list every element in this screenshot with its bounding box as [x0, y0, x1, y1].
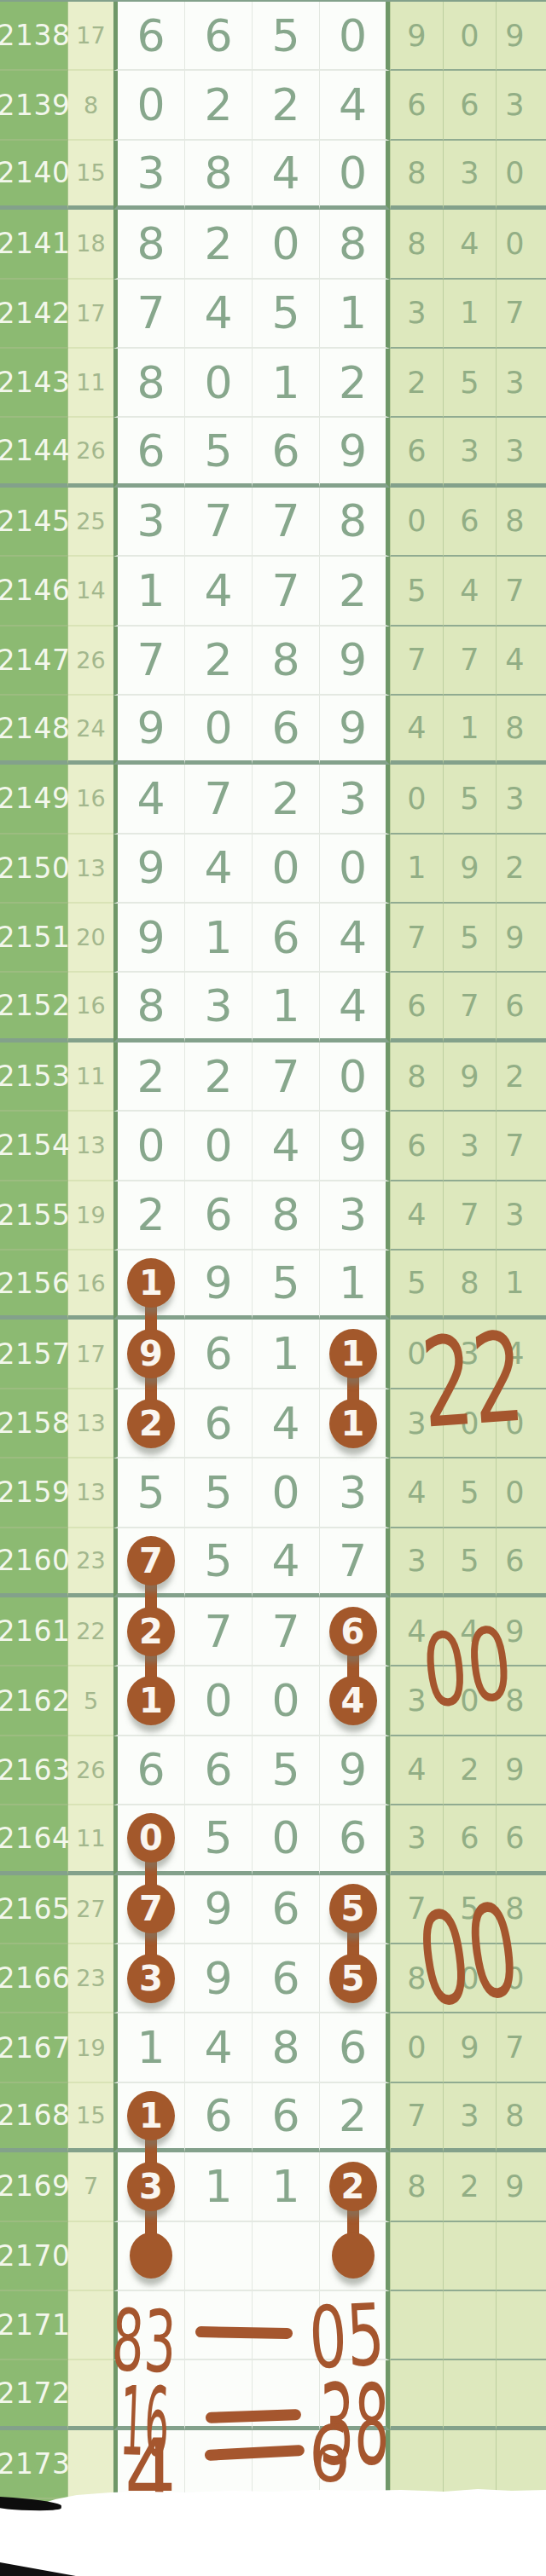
- tail-digit-cell: 3: [496, 765, 533, 834]
- draw-digit: 2: [339, 565, 367, 616]
- draw-digit-cell: 6: [319, 1597, 390, 1666]
- tail-digit-cell: 6: [390, 71, 443, 140]
- draw-digit: 6: [271, 2090, 299, 2141]
- draw-digit-cell: 2: [113, 1043, 184, 1112]
- tail-digit-cell: [496, 2430, 533, 2499]
- cropped-edge-cell: [533, 1528, 546, 1597]
- draw-digit: 2: [271, 773, 299, 824]
- draw-row: 2160237547356: [0, 1528, 546, 1597]
- draw-digit: 2: [204, 1051, 232, 1102]
- tail-digit-cell: [496, 2360, 533, 2429]
- draw-digit: 6: [204, 1189, 232, 1240]
- handwritten-number: 6: [309, 2417, 351, 2493]
- draw-digit: 7: [204, 773, 232, 824]
- tail-digit-cell: 6: [443, 71, 496, 140]
- tail-digit-cell: 5: [443, 765, 496, 834]
- draw-digit: 1: [271, 1328, 299, 1379]
- draw-digit: 0: [271, 1675, 299, 1726]
- period-cell: 2142: [0, 280, 68, 349]
- draw-digit-cell: [319, 2222, 390, 2291]
- cropped-edge-cell: [533, 1112, 546, 1181]
- draw-digit-cell: 4: [113, 765, 184, 834]
- cropped-edge-cell: [533, 2360, 546, 2429]
- draw-digit: 6: [204, 1328, 232, 1379]
- draw-digit-cell: 0: [184, 1666, 252, 1736]
- draw-digit: 7: [271, 1051, 299, 1102]
- draw-digit-cell: 7: [184, 488, 252, 557]
- tail-digit-cell: 0: [390, 765, 443, 834]
- draw-digit-cell: 9: [113, 835, 184, 904]
- draw-digit-cell: 4: [252, 1112, 319, 1181]
- tail-digit-cell: 7: [443, 627, 496, 696]
- draw-digit-cell: 1: [319, 1389, 390, 1458]
- draw-digit: 6: [339, 1812, 367, 1863]
- sum-cell: 25: [68, 488, 113, 557]
- period-cell: 2152: [0, 973, 68, 1042]
- draw-digit-cell: 1: [113, 557, 184, 626]
- draw-digit: 3: [136, 495, 165, 546]
- draw-digit-cell: 0: [252, 1805, 319, 1874]
- draw-digit-cell: 2: [319, 2083, 390, 2152]
- draw-row: 2153112270892: [0, 1043, 546, 1112]
- draw-digit: 9: [339, 1744, 367, 1795]
- marked-digit-circle: 2: [127, 1399, 175, 1448]
- sum-cell: [68, 2360, 113, 2429]
- draw-digit-cell: 2: [319, 349, 390, 418]
- tail-digit-cell: 0: [496, 141, 533, 210]
- marked-digit-circle: 7: [127, 1884, 175, 1933]
- draw-digit: 5: [204, 1812, 232, 1863]
- draw-digit: 3: [204, 980, 232, 1031]
- draw-digit-cell: 2: [184, 1043, 252, 1112]
- draw-digit-cell: 0: [319, 141, 390, 210]
- draw-digit: 7: [204, 495, 232, 546]
- draw-digit-cell: 8: [184, 141, 252, 210]
- draw-digit: 4: [339, 79, 367, 130]
- draw-row: 2164110506366: [0, 1805, 546, 1874]
- tail-digit-cell: 0: [390, 488, 443, 557]
- tail-digit-cell: 9: [496, 2152, 533, 2221]
- draw-digit-cell: 7: [113, 280, 184, 349]
- sum-cell: 26: [68, 627, 113, 696]
- cropped-edge-cell: [533, 349, 546, 418]
- draw-digit-cell: 4: [184, 835, 252, 904]
- draw-row: 2145253778068: [0, 488, 546, 557]
- draw-digit: 9: [136, 912, 165, 963]
- tail-digit-cell: 1: [443, 280, 496, 349]
- draw-row: 2149164723053: [0, 765, 546, 834]
- draw-digit-cell: 5: [184, 1458, 252, 1528]
- draw-digit-cell: 2: [184, 627, 252, 696]
- tail-digit-cell: 2: [443, 2152, 496, 2221]
- tail-digit-cell: [390, 2291, 443, 2360]
- draw-digit-cell: 7: [252, 557, 319, 626]
- sum-cell: 17: [68, 280, 113, 349]
- draw-digit-cell: 1: [184, 2152, 252, 2221]
- draw-digit-cell: 7: [113, 1875, 184, 1944]
- draw-digit: 6: [136, 425, 165, 477]
- draw-digit-cell: 7: [184, 765, 252, 834]
- cropped-edge-cell: [533, 1805, 546, 1874]
- tail-digit-cell: 6: [496, 973, 533, 1042]
- cropped-edge-cell: [533, 1320, 546, 1389]
- draw-digit-cell: [184, 2430, 252, 2499]
- draw-digit: 0: [204, 702, 232, 754]
- sum-cell: 20: [68, 904, 113, 973]
- draw-digit: 4: [271, 1120, 299, 1171]
- draw-digit: 0: [136, 1120, 165, 1171]
- draw-row: 2151209164759: [0, 904, 546, 973]
- draw-digit: 3: [136, 147, 165, 199]
- draw-digit-cell: 2: [252, 71, 319, 140]
- tail-digit-cell: 3: [496, 349, 533, 418]
- cropped-edge-cell: [533, 280, 546, 349]
- draw-digit-cell: 1: [252, 2152, 319, 2221]
- period-cell: 2171: [0, 2291, 68, 2360]
- draw-digit-cell: 6: [252, 2083, 319, 2152]
- draw-digit: 4: [271, 1398, 299, 1449]
- sum-cell: 23: [68, 1528, 113, 1597]
- draw-digit-cell: 5: [252, 1250, 319, 1320]
- tail-digit-cell: 6: [390, 973, 443, 1042]
- tail-digit-cell: 3: [443, 1112, 496, 1181]
- cropped-edge-cell: [533, 2291, 546, 2360]
- period-cell: 2139: [0, 71, 68, 140]
- tail-digit-cell: 7: [390, 904, 443, 973]
- cropped-edge-cell: [533, 696, 546, 765]
- draw-digit: 7: [339, 1535, 367, 1586]
- tail-digit-cell: 4: [443, 557, 496, 626]
- cropped-edge-cell: [533, 765, 546, 834]
- draw-digit: 0: [339, 842, 367, 893]
- draw-digit: 1: [204, 912, 232, 963]
- draw-digit-cell: 3: [113, 1944, 184, 2013]
- draw-digit-cell: 9: [319, 627, 390, 696]
- draw-row: 2159135503450: [0, 1458, 546, 1528]
- draw-digit: 0: [339, 10, 367, 61]
- tail-digit-cell: 3: [390, 1528, 443, 1597]
- draw-row: 213980224663: [0, 71, 546, 140]
- period-cell: 2153: [0, 1043, 68, 1112]
- marked-digit-circle: 2: [329, 2162, 377, 2211]
- tail-digit-cell: 4: [390, 696, 443, 765]
- draw-digit-cell: 3: [113, 2152, 184, 2221]
- cropped-edge-cell: [533, 1181, 546, 1250]
- cropped-edge-cell: [533, 1736, 546, 1805]
- draw-digit-cell: 9: [319, 418, 390, 487]
- handwritten-dash: [195, 2326, 293, 2339]
- sum-cell: 22: [68, 1597, 113, 1666]
- draw-digit: 4: [136, 773, 165, 824]
- draw-row: 2150139400192: [0, 835, 546, 904]
- period-cell: 2173: [0, 2430, 68, 2499]
- draw-digit: 5: [204, 1467, 232, 1518]
- tail-digit-cell: 5: [390, 1250, 443, 1320]
- cropped-edge-cell: [533, 1043, 546, 1112]
- draw-digit-cell: 2: [113, 1597, 184, 1666]
- period-cell: 2162: [0, 1666, 68, 1736]
- cropped-edge-cell: [533, 418, 546, 487]
- cropped-edge-cell: [533, 2152, 546, 2221]
- tail-digit-cell: 5: [443, 904, 496, 973]
- tail-digit-cell: 7: [390, 627, 443, 696]
- tail-digit-cell: 7: [496, 1112, 533, 1181]
- draw-digit-cell: 1: [319, 1250, 390, 1320]
- draw-digit: 4: [204, 2022, 232, 2073]
- period-cell: 2170: [0, 2222, 68, 2291]
- draw-digit-cell: 0: [184, 696, 252, 765]
- draw-digit-cell: 0: [113, 1112, 184, 1181]
- tail-digit-cell: 5: [390, 557, 443, 626]
- draw-digit-cell: 3: [184, 973, 252, 1042]
- draw-digit-cell: 0: [319, 2, 390, 71]
- tail-digit-cell: 0: [496, 1458, 533, 1528]
- draw-digit: 9: [339, 1120, 367, 1171]
- cropped-edge-cell: [533, 904, 546, 973]
- period-cell: 2146: [0, 557, 68, 626]
- draw-digit-cell: 6: [319, 2013, 390, 2082]
- sum-cell: 13: [68, 1112, 113, 1181]
- draw-digit-cell: 7: [252, 1043, 319, 1112]
- tail-digit-cell: 6: [390, 1112, 443, 1181]
- cropped-edge-cell: [533, 2430, 546, 2499]
- period-cell: 2158: [0, 1389, 68, 1458]
- sum-cell: 15: [68, 2083, 113, 2152]
- draw-digit: 8: [271, 634, 299, 685]
- draw-digit: 4: [339, 912, 367, 963]
- draw-digit-cell: 9: [319, 696, 390, 765]
- draw-digit: 4: [204, 287, 232, 338]
- draw-digit: 6: [136, 10, 165, 61]
- period-cell: 2154: [0, 1112, 68, 1181]
- draw-digit: 9: [339, 634, 367, 685]
- cropped-edge-cell: [533, 973, 546, 1042]
- draw-digit-cell: 6: [319, 1805, 390, 1874]
- period-cell: 2150: [0, 835, 68, 904]
- tail-digit-cell: 7: [443, 1181, 496, 1250]
- draw-digit: 8: [136, 980, 165, 1031]
- draw-digit-cell: 1: [319, 280, 390, 349]
- draw-digit-cell: 6: [184, 1389, 252, 1458]
- handwritten-number: 00: [418, 1613, 516, 1722]
- draw-digit-cell: 5: [319, 1875, 390, 1944]
- draw-digit: 6: [271, 912, 299, 963]
- draw-digit-cell: 0: [113, 71, 184, 140]
- tail-digit-cell: 2: [443, 1736, 496, 1805]
- tail-digit-cell: [443, 2360, 496, 2429]
- cropped-edge-cell: [533, 2, 546, 71]
- draw-digit-cell: 2: [252, 765, 319, 834]
- draw-digit-cell: 7: [184, 1597, 252, 1666]
- draw-digit: 5: [271, 10, 299, 61]
- draw-digit-cell: 2: [184, 71, 252, 140]
- tail-digit-cell: 6: [443, 1805, 496, 1874]
- draw-digit-cell: 0: [319, 835, 390, 904]
- sum-cell: 16: [68, 765, 113, 834]
- sum-cell: 19: [68, 1181, 113, 1250]
- marked-digit-circle: 9: [127, 1329, 175, 1378]
- draw-digit: 8: [339, 495, 367, 546]
- draw-digit: 0: [204, 1120, 232, 1171]
- draw-digit-cell: 4: [319, 973, 390, 1042]
- marked-dot: [332, 2232, 375, 2279]
- draw-digit-cell: 1: [184, 904, 252, 973]
- sum-cell: 17: [68, 1320, 113, 1389]
- draw-digit-cell: 6: [252, 904, 319, 973]
- tail-digit-cell: 6: [496, 1528, 533, 1597]
- period-cell: 2172: [0, 2360, 68, 2429]
- draw-digit-cell: 9: [113, 904, 184, 973]
- draw-digit-cell: 1: [113, 2083, 184, 2152]
- draw-digit: 5: [271, 287, 299, 338]
- draw-digit-cell: 3: [319, 1458, 390, 1528]
- marked-digit-circle: 5: [329, 1884, 377, 1933]
- tail-digit-cell: [390, 2360, 443, 2429]
- draw-digit: 2: [204, 634, 232, 685]
- draw-digit: 1: [339, 287, 367, 338]
- tail-digit-cell: 5: [443, 1458, 496, 1528]
- sum-cell: 18: [68, 210, 113, 279]
- tail-digit-cell: 3: [496, 418, 533, 487]
- tail-digit-cell: 4: [390, 1458, 443, 1528]
- period-cell: 2148: [0, 696, 68, 765]
- draw-digit: 1: [136, 2022, 165, 2073]
- draw-digit-cell: 8: [319, 210, 390, 279]
- draw-row: 2170: [0, 2222, 546, 2291]
- draw-digit: 3: [339, 773, 367, 824]
- sum-cell: 14: [68, 557, 113, 626]
- tail-digit-cell: 3: [443, 418, 496, 487]
- period-cell: 2147: [0, 627, 68, 696]
- tail-digit-cell: 8: [496, 488, 533, 557]
- draw-digit-cell: 8: [113, 349, 184, 418]
- draw-digit-cell: 2: [113, 1181, 184, 1250]
- draw-digit-cell: 0: [252, 1666, 319, 1736]
- marked-digit-circle: 5: [329, 1954, 377, 2003]
- draw-digit: 5: [271, 1744, 299, 1795]
- draw-digit-cell: 9: [113, 696, 184, 765]
- cropped-edge-cell: [533, 1597, 546, 1666]
- tail-digit-cell: [443, 2430, 496, 2499]
- tail-digit-cell: 5: [443, 1528, 496, 1597]
- marked-digit-circle: 0: [127, 1813, 175, 1863]
- cropped-edge-cell: [533, 1389, 546, 1458]
- draw-digit: 0: [136, 79, 165, 130]
- draw-digit: 9: [339, 425, 367, 477]
- cropped-edge-cell: [533, 1875, 546, 1944]
- draw-row: 2173: [0, 2430, 546, 2499]
- draw-digit: 2: [204, 218, 232, 269]
- tail-digit-cell: [443, 2222, 496, 2291]
- draw-digit-cell: 6: [252, 1875, 319, 1944]
- draw-digit-cell: 8: [113, 973, 184, 1042]
- sum-cell: [68, 2222, 113, 2291]
- draw-digit: 8: [136, 218, 165, 269]
- draw-digit: 4: [204, 565, 232, 616]
- tail-digit-cell: 1: [443, 696, 496, 765]
- draw-digit-cell: 7: [252, 1597, 319, 1666]
- period-cell: 2151: [0, 904, 68, 973]
- cropped-edge-cell: [533, 557, 546, 626]
- tail-digit-cell: 3: [443, 141, 496, 210]
- tail-digit-cell: 8: [390, 1043, 443, 1112]
- draw-digit: 7: [271, 565, 299, 616]
- tail-digit-cell: 9: [496, 2, 533, 71]
- draw-row: 2163266659429: [0, 1736, 546, 1805]
- draw-digit: 9: [204, 1883, 232, 1934]
- draw-digit-cell: 2: [319, 2152, 390, 2221]
- draw-row: 2141188208840: [0, 210, 546, 279]
- draw-digit: 3: [339, 1467, 367, 1518]
- draw-digit-cell: 3: [113, 141, 184, 210]
- marked-digit-circle: 1: [329, 1399, 377, 1448]
- cropped-edge-cell: [533, 488, 546, 557]
- draw-digit-cell: 5: [252, 2, 319, 71]
- period-cell: 2138: [0, 2, 68, 71]
- draw-digit: 9: [204, 1257, 232, 1308]
- marked-dot: [130, 2232, 172, 2279]
- draw-digit: 6: [204, 10, 232, 61]
- period-cell: 2164: [0, 1805, 68, 1874]
- period-cell: 2159: [0, 1458, 68, 1528]
- draw-digit-cell: 7: [319, 1528, 390, 1597]
- tail-digit-cell: [496, 2222, 533, 2291]
- draw-row: 2152168314676: [0, 973, 546, 1042]
- marked-digit-circle: 1: [127, 1676, 175, 1725]
- cropped-edge-cell: [533, 835, 546, 904]
- draw-digit: 7: [136, 634, 165, 685]
- tail-digit-cell: [443, 2291, 496, 2360]
- tail-digit-cell: 2: [496, 1043, 533, 1112]
- draw-digit-cell: 1: [252, 349, 319, 418]
- draw-digit-cell: 1: [252, 1320, 319, 1389]
- tail-digit-cell: 1: [390, 835, 443, 904]
- draw-digit: 7: [271, 495, 299, 546]
- draw-digit: 0: [339, 1051, 367, 1102]
- sum-cell: 11: [68, 349, 113, 418]
- marked-digit-circle: 3: [127, 2162, 175, 2211]
- sum-cell: [68, 2291, 113, 2360]
- sum-cell: 27: [68, 1875, 113, 1944]
- draw-digit-cell: 0: [252, 1458, 319, 1528]
- draw-digit: 2: [204, 79, 232, 130]
- tail-digit-cell: [390, 2430, 443, 2499]
- draw-digit: 1: [271, 357, 299, 408]
- draw-digit: 6: [271, 1883, 299, 1934]
- sum-cell: [68, 2430, 113, 2499]
- tail-digit-cell: 9: [443, 1043, 496, 1112]
- draw-digit-cell: 0: [319, 1043, 390, 1112]
- draw-digit: 6: [136, 1744, 165, 1795]
- marked-digit-circle: 4: [329, 1676, 377, 1725]
- draw-row: 2148249069418: [0, 696, 546, 765]
- draw-digit-cell: 1: [113, 2013, 184, 2082]
- tail-digit-cell: 7: [496, 557, 533, 626]
- period-cell: 2169: [0, 2152, 68, 2221]
- draw-digit: 4: [204, 842, 232, 893]
- draw-digit-cell: 1: [319, 1320, 390, 1389]
- draw-row: 2147267289774: [0, 627, 546, 696]
- draw-digit: 6: [204, 1744, 232, 1795]
- cropped-edge-cell: [533, 2013, 546, 2082]
- sum-cell: 11: [68, 1043, 113, 1112]
- draw-digit-cell: 2: [319, 557, 390, 626]
- tail-digit-cell: 0: [496, 210, 533, 279]
- draw-digit-cell: [252, 2222, 319, 2291]
- period-cell: 2160: [0, 1528, 68, 1597]
- marked-digit-circle: 7: [127, 1536, 175, 1585]
- period-cell: 2166: [0, 1944, 68, 2013]
